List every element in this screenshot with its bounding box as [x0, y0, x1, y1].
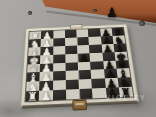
table-hole — [139, 21, 145, 26]
square: ♟ — [39, 90, 53, 100]
square: ♜ — [26, 91, 40, 101]
watermark: VIOLITY — [98, 94, 154, 101]
square — [79, 89, 93, 99]
square — [52, 90, 65, 100]
top-hinge — [70, 24, 82, 30]
square — [66, 89, 80, 99]
brass-latch — [72, 100, 87, 111]
photo-scene: ♜♟♟♜♞♟♟♞♝♟♟♝♚♟♟♚♛♟♟♛♝♟♟♝♞♟♟♞♜♟♟♜ ♟ VIOLI… — [0, 0, 156, 117]
table-hole — [28, 11, 32, 15]
copper-plank — [42, 0, 156, 24]
table-hole — [93, 9, 97, 12]
piece-white-pawn: ♟ — [40, 91, 51, 101]
edge-piece-black-pawn: ♟ — [106, 7, 118, 19]
piece-white-rook: ♜ — [27, 92, 38, 102]
